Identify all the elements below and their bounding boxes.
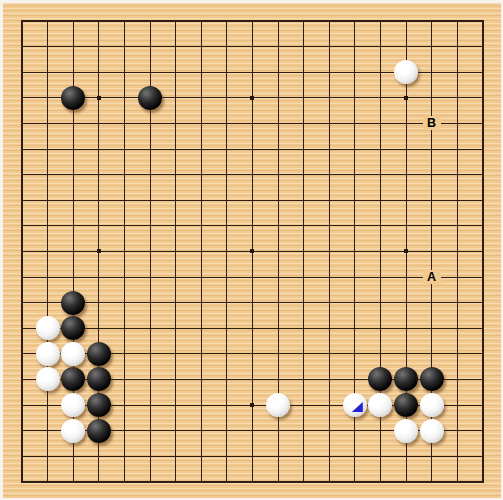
white-stone-R4 — [420, 393, 444, 417]
black-stone-C7 — [61, 316, 85, 340]
white-stone-C4 — [61, 393, 85, 417]
grid-line-horizontal — [21, 328, 484, 329]
star-point — [250, 403, 254, 407]
black-stone-F16 — [138, 86, 162, 110]
black-stone-C16 — [61, 86, 85, 110]
white-stone-L4 — [266, 393, 290, 417]
black-stone-Q4 — [394, 393, 418, 417]
white-stone-R3 — [420, 419, 444, 443]
black-stone-D6 — [87, 342, 111, 366]
black-stone-D5 — [87, 367, 111, 391]
star-point — [250, 96, 254, 100]
white-stone-Q17 — [394, 60, 418, 84]
grid-line-vertical — [303, 20, 304, 483]
white-stone-P4 — [368, 393, 392, 417]
black-stone-D4 — [87, 393, 111, 417]
go-board-diagram: BA — [0, 0, 503, 500]
star-point — [97, 96, 101, 100]
grid-line-vertical — [329, 20, 330, 483]
black-stone-R5 — [420, 367, 444, 391]
point-label-A[interactable]: A — [423, 270, 441, 284]
white-stone-B6 — [36, 342, 60, 366]
black-stone-Q5 — [394, 367, 418, 391]
board-layer: BA — [0, 0, 503, 500]
black-stone-C8 — [61, 291, 85, 315]
white-stone-O4 — [343, 393, 367, 417]
white-stone-Q3 — [394, 419, 418, 443]
white-stone-C6 — [61, 342, 85, 366]
star-point — [404, 96, 408, 100]
grid-line-horizontal — [21, 481, 484, 483]
grid-line-horizontal — [21, 302, 484, 303]
point-label-B[interactable]: B — [423, 116, 441, 130]
grid-line-horizontal — [21, 277, 484, 278]
grid-line-vertical — [457, 20, 458, 483]
white-stone-C3 — [61, 419, 85, 443]
black-stone-D3 — [87, 419, 111, 443]
white-stone-B7 — [36, 316, 60, 340]
star-point — [404, 249, 408, 253]
black-stone-P5 — [368, 367, 392, 391]
white-stone-B5 — [36, 367, 60, 391]
black-stone-C5 — [61, 367, 85, 391]
grid-line-vertical — [482, 20, 484, 483]
star-point — [250, 249, 254, 253]
grid-line-horizontal — [21, 456, 484, 457]
star-point — [97, 249, 101, 253]
